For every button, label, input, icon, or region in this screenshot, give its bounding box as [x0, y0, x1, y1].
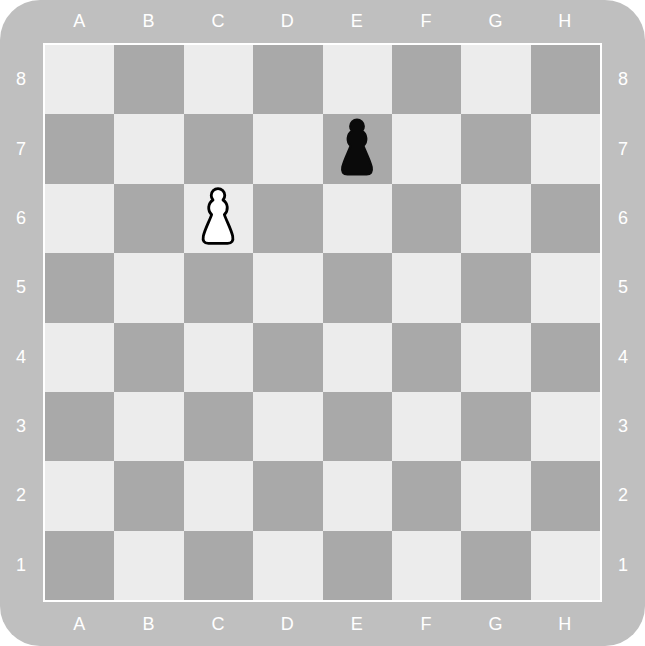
rank-label-6: 6: [602, 184, 645, 253]
square-e7[interactable]: [323, 114, 392, 183]
square-f7[interactable]: [392, 114, 461, 183]
square-e6[interactable]: [323, 184, 392, 253]
chessboard-widget: ABCDEFGH ABCDEFGH 87654321 87654321: [0, 0, 645, 646]
file-label-h: H: [531, 602, 600, 646]
rank-label-3: 3: [602, 392, 645, 461]
square-d6[interactable]: [253, 184, 322, 253]
square-h3[interactable]: [531, 392, 600, 461]
file-label-g: G: [461, 602, 530, 646]
square-a4[interactable]: [45, 323, 114, 392]
rank-label-8: 8: [602, 45, 645, 114]
file-label-f: F: [392, 602, 461, 646]
square-b8[interactable]: [114, 45, 183, 114]
square-h7[interactable]: [531, 114, 600, 183]
square-d3[interactable]: [253, 392, 322, 461]
square-h2[interactable]: [531, 461, 600, 530]
square-c5[interactable]: [184, 253, 253, 322]
square-e5[interactable]: [323, 253, 392, 322]
file-label-h: H: [531, 0, 600, 43]
square-f5[interactable]: [392, 253, 461, 322]
rank-label-6: 6: [0, 184, 43, 253]
file-label-a: A: [45, 602, 114, 646]
rank-label-2: 2: [602, 461, 645, 530]
square-c7[interactable]: [184, 114, 253, 183]
square-g1[interactable]: [461, 531, 530, 600]
square-d4[interactable]: [253, 323, 322, 392]
square-f6[interactable]: [392, 184, 461, 253]
square-c3[interactable]: [184, 392, 253, 461]
square-a1[interactable]: [45, 531, 114, 600]
square-g2[interactable]: [461, 461, 530, 530]
file-label-d: D: [253, 0, 322, 43]
square-f1[interactable]: [392, 531, 461, 600]
square-a6[interactable]: [45, 184, 114, 253]
rank-label-5: 5: [602, 253, 645, 322]
rank-label-1: 1: [602, 531, 645, 600]
file-label-g: G: [461, 0, 530, 43]
square-g4[interactable]: [461, 323, 530, 392]
square-b5[interactable]: [114, 253, 183, 322]
square-a5[interactable]: [45, 253, 114, 322]
square-f8[interactable]: [392, 45, 461, 114]
square-e3[interactable]: [323, 392, 392, 461]
square-e4[interactable]: [323, 323, 392, 392]
file-label-d: D: [253, 602, 322, 646]
square-b6[interactable]: [114, 184, 183, 253]
square-b2[interactable]: [114, 461, 183, 530]
square-g3[interactable]: [461, 392, 530, 461]
file-label-c: C: [184, 0, 253, 43]
rank-label-4: 4: [602, 323, 645, 392]
square-d5[interactable]: [253, 253, 322, 322]
rank-label-3: 3: [0, 392, 43, 461]
square-e1[interactable]: [323, 531, 392, 600]
square-f2[interactable]: [392, 461, 461, 530]
square-g5[interactable]: [461, 253, 530, 322]
file-labels-bottom: ABCDEFGH: [45, 602, 600, 646]
file-label-e: E: [323, 0, 392, 43]
square-c1[interactable]: [184, 531, 253, 600]
rank-label-8: 8: [0, 45, 43, 114]
file-label-e: E: [323, 602, 392, 646]
square-a2[interactable]: [45, 461, 114, 530]
square-g8[interactable]: [461, 45, 530, 114]
square-h1[interactable]: [531, 531, 600, 600]
square-d1[interactable]: [253, 531, 322, 600]
file-label-a: A: [45, 0, 114, 43]
square-c6[interactable]: [184, 184, 253, 253]
square-h4[interactable]: [531, 323, 600, 392]
square-b4[interactable]: [114, 323, 183, 392]
square-a3[interactable]: [45, 392, 114, 461]
black-pawn[interactable]: [334, 118, 380, 180]
square-a8[interactable]: [45, 45, 114, 114]
square-c4[interactable]: [184, 323, 253, 392]
square-e2[interactable]: [323, 461, 392, 530]
square-b1[interactable]: [114, 531, 183, 600]
rank-label-7: 7: [602, 114, 645, 183]
rank-label-1: 1: [0, 531, 43, 600]
square-f3[interactable]: [392, 392, 461, 461]
square-c8[interactable]: [184, 45, 253, 114]
rank-label-7: 7: [0, 114, 43, 183]
rank-label-2: 2: [0, 461, 43, 530]
square-d2[interactable]: [253, 461, 322, 530]
square-b3[interactable]: [114, 392, 183, 461]
square-a7[interactable]: [45, 114, 114, 183]
square-d8[interactable]: [253, 45, 322, 114]
file-label-c: C: [184, 602, 253, 646]
chess-board: [43, 43, 602, 602]
file-label-b: B: [114, 0, 183, 43]
square-g6[interactable]: [461, 184, 530, 253]
square-h5[interactable]: [531, 253, 600, 322]
square-b7[interactable]: [114, 114, 183, 183]
white-pawn[interactable]: [195, 187, 241, 249]
rank-label-5: 5: [0, 253, 43, 322]
square-e8[interactable]: [323, 45, 392, 114]
square-h8[interactable]: [531, 45, 600, 114]
square-g7[interactable]: [461, 114, 530, 183]
rank-labels-right: 87654321: [602, 45, 645, 600]
square-f4[interactable]: [392, 323, 461, 392]
file-label-b: B: [114, 602, 183, 646]
square-c2[interactable]: [184, 461, 253, 530]
square-d7[interactable]: [253, 114, 322, 183]
file-label-f: F: [392, 0, 461, 43]
rank-label-4: 4: [0, 323, 43, 392]
rank-labels-left: 87654321: [0, 45, 43, 600]
square-h6[interactable]: [531, 184, 600, 253]
file-labels-top: ABCDEFGH: [45, 0, 600, 43]
